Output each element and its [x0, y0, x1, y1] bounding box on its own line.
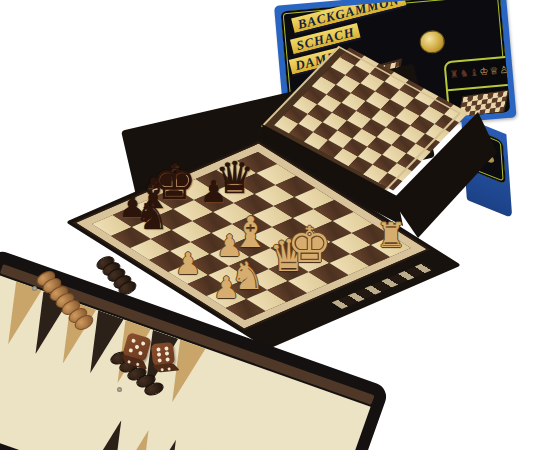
inset-dark-pieces-icon: ♜♞♝ [449, 66, 480, 80]
backgammon-point [143, 435, 189, 450]
inset-light-pieces-icon: ♔♕♙ [479, 64, 510, 78]
box-inset-pieces-image: ♜♞♝♔♕♙ [446, 59, 510, 85]
backgammon-point [0, 281, 42, 348]
product-photo-scene: BACKGAMMON SCHACH DAME ♜♞♝♔♕♙ [0, 0, 550, 450]
case-screw-icon [117, 387, 122, 392]
backgammon-point [88, 416, 134, 450]
backgammon-point [170, 445, 216, 450]
checker-dark [105, 266, 127, 285]
gold-medallion-icon [419, 29, 446, 54]
backgammon-point [115, 426, 161, 450]
case-screw-icon [32, 286, 37, 291]
checker-dark [94, 254, 116, 273]
checker-dark [100, 260, 122, 279]
checker-dark [111, 272, 133, 291]
